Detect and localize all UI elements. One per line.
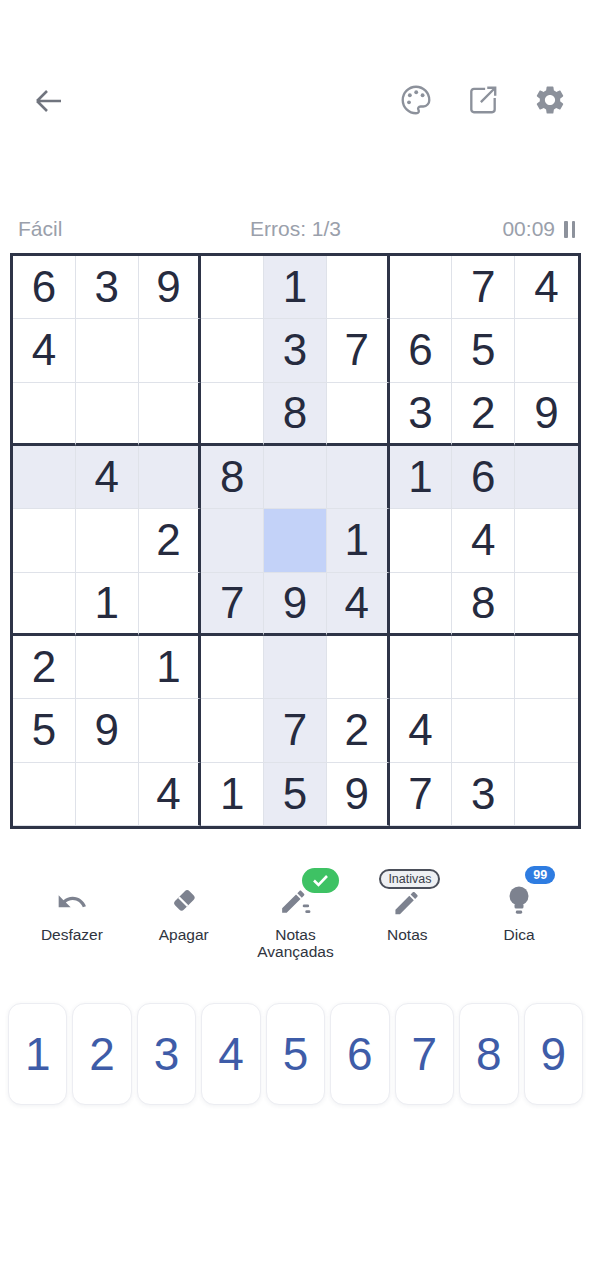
cell-r6c5[interactable]: 9 <box>264 573 327 636</box>
cell-r9c5[interactable]: 5 <box>264 763 327 826</box>
hint-count-badge: 99 <box>525 866 555 884</box>
header-actions <box>399 83 567 117</box>
cell-r3c7[interactable]: 3 <box>390 383 453 446</box>
cell-r8c2[interactable]: 9 <box>76 699 139 762</box>
cell-r3c2[interactable] <box>76 383 139 446</box>
cell-r9c9[interactable] <box>515 763 578 826</box>
numpad-button-7[interactable]: 7 <box>395 1003 454 1105</box>
numpad-button-6[interactable]: 6 <box>330 1003 389 1105</box>
cell-r9c4[interactable]: 1 <box>201 763 264 826</box>
numpad-button-5[interactable]: 5 <box>266 1003 325 1105</box>
cell-r2c2[interactable] <box>76 319 139 382</box>
undo-button[interactable]: Desfazer <box>16 866 128 971</box>
cell-r2c6[interactable]: 7 <box>327 319 390 382</box>
sudoku-board: 6391744376583294816214179482159724415973 <box>10 253 581 829</box>
cell-r8c9[interactable] <box>515 699 578 762</box>
numpad-button-4[interactable]: 4 <box>201 1003 260 1105</box>
cell-r6c4[interactable]: 7 <box>201 573 264 636</box>
cell-r7c6[interactable] <box>327 636 390 699</box>
cell-r5c1[interactable] <box>13 509 76 572</box>
timer: 00:09 <box>502 217 575 241</box>
cell-r8c8[interactable] <box>452 699 515 762</box>
cell-r8c7[interactable]: 4 <box>390 699 453 762</box>
cell-r1c1[interactable]: 6 <box>13 256 76 319</box>
cell-r8c1[interactable]: 5 <box>13 699 76 762</box>
cell-r6c3[interactable] <box>139 573 202 636</box>
cell-r5c6[interactable]: 1 <box>327 509 390 572</box>
cell-r5c4[interactable] <box>201 509 264 572</box>
cell-r1c8[interactable]: 7 <box>452 256 515 319</box>
sudoku-app: Fácil Erros: 1/3 00:09 63917443765832948… <box>0 0 591 1280</box>
cell-r7c9[interactable] <box>515 636 578 699</box>
numpad-button-3[interactable]: 3 <box>137 1003 196 1105</box>
cell-r7c1[interactable]: 2 <box>13 636 76 699</box>
cell-r1c3[interactable]: 9 <box>139 256 202 319</box>
hint-label: Dica <box>504 926 535 943</box>
cell-r9c8[interactable]: 3 <box>452 763 515 826</box>
cell-r4c5[interactable] <box>264 446 327 509</box>
cell-r1c7[interactable] <box>390 256 453 319</box>
cell-r3c6[interactable] <box>327 383 390 446</box>
cell-r4c4[interactable]: 8 <box>201 446 264 509</box>
erase-label: Apagar <box>159 926 209 943</box>
cell-r7c2[interactable] <box>76 636 139 699</box>
cell-r7c8[interactable] <box>452 636 515 699</box>
numpad-button-2[interactable]: 2 <box>72 1003 131 1105</box>
notes-label: Notas <box>387 926 428 943</box>
numpad: 123456789 <box>0 1003 591 1105</box>
cell-r2c8[interactable]: 5 <box>452 319 515 382</box>
share-button[interactable] <box>466 83 500 117</box>
numpad-button-8[interactable]: 8 <box>459 1003 518 1105</box>
cell-r1c6[interactable] <box>327 256 390 319</box>
bulb-icon <box>503 882 535 918</box>
cell-r7c4[interactable] <box>201 636 264 699</box>
cell-r2c7[interactable]: 6 <box>390 319 453 382</box>
cell-r5c5[interactable] <box>264 509 327 572</box>
cell-r8c5[interactable]: 7 <box>264 699 327 762</box>
hint-button[interactable]: Dica 99 <box>463 866 575 971</box>
cell-r9c1[interactable] <box>13 763 76 826</box>
cell-r4c6[interactable] <box>327 446 390 509</box>
cell-r1c4[interactable] <box>201 256 264 319</box>
timer-value: 00:09 <box>502 217 555 241</box>
undo-icon <box>53 886 91 918</box>
cell-r3c9[interactable]: 9 <box>515 383 578 446</box>
back-arrow-icon <box>30 83 66 119</box>
cell-r4c1[interactable] <box>13 446 76 509</box>
cell-r5c8[interactable]: 4 <box>452 509 515 572</box>
cell-r9c3[interactable]: 4 <box>139 763 202 826</box>
cell-r4c2[interactable]: 4 <box>76 446 139 509</box>
cell-r5c2[interactable] <box>76 509 139 572</box>
numpad-button-9[interactable]: 9 <box>524 1003 583 1105</box>
cell-r6c9[interactable] <box>515 573 578 636</box>
cell-r8c4[interactable] <box>201 699 264 762</box>
cell-r3c5[interactable]: 8 <box>264 383 327 446</box>
eraser-icon <box>166 882 202 918</box>
theme-button[interactable] <box>399 83 433 117</box>
status-bar: Fácil Erros: 1/3 00:09 <box>0 208 591 250</box>
cell-r3c8[interactable]: 2 <box>452 383 515 446</box>
cell-r7c7[interactable] <box>390 636 453 699</box>
cell-r3c4[interactable] <box>201 383 264 446</box>
notes-inactive-badge: Inativas <box>379 869 440 889</box>
numpad-button-1[interactable]: 1 <box>8 1003 67 1105</box>
header <box>0 75 591 127</box>
toolbar: Desfazer Apagar Notas <box>0 866 591 971</box>
cell-r1c5[interactable]: 1 <box>264 256 327 319</box>
cell-r6c2[interactable]: 1 <box>76 573 139 636</box>
pause-button[interactable] <box>564 221 575 238</box>
cell-r9c7[interactable]: 7 <box>390 763 453 826</box>
check-icon <box>312 874 329 887</box>
cell-r6c1[interactable] <box>13 573 76 636</box>
cell-r6c8[interactable]: 8 <box>452 573 515 636</box>
cell-r9c6[interactable]: 9 <box>327 763 390 826</box>
advanced-notes-on-badge <box>302 868 339 893</box>
cell-r7c5[interactable] <box>264 636 327 699</box>
cell-r9c2[interactable] <box>76 763 139 826</box>
undo-label: Desfazer <box>41 926 103 943</box>
cell-r6c6[interactable]: 4 <box>327 573 390 636</box>
cell-r5c7[interactable] <box>390 509 453 572</box>
cell-r5c9[interactable] <box>515 509 578 572</box>
cell-r4c3[interactable] <box>139 446 202 509</box>
cell-r2c9[interactable] <box>515 319 578 382</box>
cell-r7c3[interactable]: 1 <box>139 636 202 699</box>
cell-r8c6[interactable]: 2 <box>327 699 390 762</box>
cell-r2c3[interactable] <box>139 319 202 382</box>
cell-r2c5[interactable]: 3 <box>264 319 327 382</box>
erase-button[interactable]: Apagar <box>128 866 240 971</box>
notes-button[interactable]: Notas Inativas <box>351 866 463 971</box>
cell-r3c1[interactable] <box>13 383 76 446</box>
advanced-notes-button[interactable]: Notas Avançadas <box>240 866 352 971</box>
gear-icon <box>533 83 567 117</box>
cell-r1c9[interactable]: 4 <box>515 256 578 319</box>
cell-r4c8[interactable]: 6 <box>452 446 515 509</box>
share-icon <box>466 83 500 117</box>
cell-r3c3[interactable] <box>139 383 202 446</box>
back-button[interactable] <box>30 83 66 119</box>
cell-r4c7[interactable]: 1 <box>390 446 453 509</box>
cell-r8c3[interactable] <box>139 699 202 762</box>
settings-button[interactable] <box>533 83 567 117</box>
cell-r2c4[interactable] <box>201 319 264 382</box>
cell-r6c7[interactable] <box>390 573 453 636</box>
advanced-notes-label: Notas Avançadas <box>240 926 350 960</box>
cell-r4c9[interactable] <box>515 446 578 509</box>
cell-r5c3[interactable]: 2 <box>139 509 202 572</box>
palette-icon <box>399 83 433 117</box>
cell-r2c1[interactable]: 4 <box>13 319 76 382</box>
cell-r1c2[interactable]: 3 <box>76 256 139 319</box>
